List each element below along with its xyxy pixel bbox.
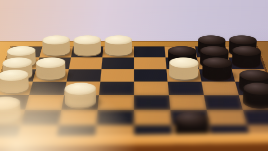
dark-piece-top-face xyxy=(168,46,197,56)
square-e5[interactable] xyxy=(134,82,169,95)
piece-white-man-b6[interactable] xyxy=(35,70,66,81)
square-c3[interactable] xyxy=(59,110,98,126)
piece-dark-man-h4[interactable] xyxy=(241,96,268,109)
piece-white-man-c8[interactable] xyxy=(73,47,101,56)
white-piece-top-face xyxy=(105,35,132,44)
square-e6[interactable] xyxy=(134,69,168,82)
square-c4[interactable] xyxy=(61,95,99,109)
square-b3[interactable] xyxy=(21,110,62,126)
square-b6[interactable] xyxy=(33,69,69,82)
square-a5[interactable] xyxy=(0,82,33,95)
piece-dark-man-h7[interactable] xyxy=(231,58,262,68)
photo-scene xyxy=(0,0,268,151)
square-f5[interactable] xyxy=(168,82,204,95)
square-d5[interactable] xyxy=(99,82,134,95)
white-piece-top-face xyxy=(169,57,199,68)
square-g3[interactable] xyxy=(207,110,248,126)
piece-white-man-a5[interactable] xyxy=(0,83,30,95)
piece-white-man-a3[interactable] xyxy=(0,111,22,125)
square-e3[interactable] xyxy=(134,110,172,126)
square-h4[interactable] xyxy=(239,95,268,109)
screenshot xyxy=(0,0,268,151)
square-h3[interactable] xyxy=(243,110,268,126)
square-b5[interactable] xyxy=(29,82,66,95)
square-f6[interactable] xyxy=(167,69,202,82)
square-h7[interactable] xyxy=(229,58,265,70)
square-c7[interactable] xyxy=(69,58,103,70)
dark-piece-top-face xyxy=(175,112,211,126)
piece-white-man-c4[interactable] xyxy=(64,96,97,109)
square-d4[interactable] xyxy=(98,95,134,109)
square-b4[interactable] xyxy=(25,95,64,109)
square-g6[interactable] xyxy=(199,69,235,82)
piece-white-man-d8[interactable] xyxy=(105,47,132,56)
piece-white-man-f6[interactable] xyxy=(169,70,199,81)
square-g4[interactable] xyxy=(204,95,243,109)
piece-white-man-b8[interactable] xyxy=(42,47,71,56)
square-e4[interactable] xyxy=(134,95,170,109)
square-c6[interactable] xyxy=(67,69,102,82)
board-near-rail xyxy=(0,133,268,151)
square-d3[interactable] xyxy=(96,110,134,126)
square-d7[interactable] xyxy=(101,58,134,70)
square-g5[interactable] xyxy=(201,82,238,95)
square-e7[interactable] xyxy=(134,58,167,70)
square-d6[interactable] xyxy=(100,69,134,82)
square-f4[interactable] xyxy=(169,95,207,109)
piece-dark-man-g6[interactable] xyxy=(201,70,232,81)
